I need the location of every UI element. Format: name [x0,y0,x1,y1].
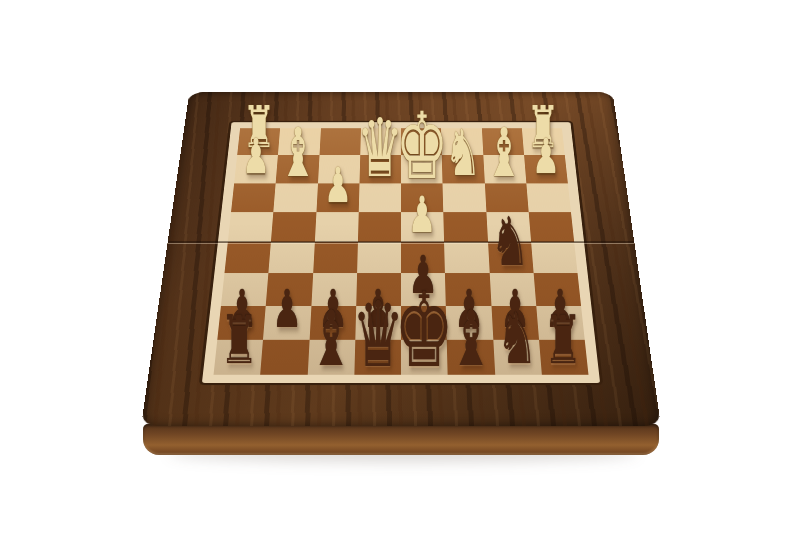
board-square [539,340,589,375]
board-square [446,306,493,340]
board-square [274,183,318,212]
board-grid [214,128,589,374]
board-square [489,273,536,305]
board-square [313,242,358,273]
board-square [214,340,264,375]
board-square [526,183,571,212]
board-square [493,340,542,375]
board-square [441,128,483,155]
board-square [271,212,316,242]
board-square [224,242,271,273]
board-square [217,306,266,340]
board-square [444,242,489,273]
board-square [359,183,401,212]
board-square [357,242,401,273]
board-square [401,155,443,183]
board-square [358,212,401,242]
board-top-face [141,92,661,426]
playing-area [202,122,600,383]
board-square [486,212,531,242]
board-square [228,212,274,242]
board-square [401,128,442,155]
board-square [533,273,581,305]
board-square [266,273,313,305]
board-square [401,273,446,305]
fold-hinge-line [168,242,635,243]
board-square [401,242,445,273]
board-square [447,340,495,375]
board-square [278,128,320,155]
board-square [445,273,491,305]
wooden-frame [141,92,661,426]
board-square [307,340,355,375]
chess-set-photo: ♜♜♟♝♛♚♞♝♟♟♟♞♟♟♟♟♟♟♟♟♜♝♛♚♝♞♜ [0,0,800,533]
board-square [309,306,356,340]
board-square [481,128,523,155]
board-square [531,242,578,273]
board-square [316,183,359,212]
board-square [319,128,361,155]
board-square [401,340,448,375]
board-square [221,273,269,305]
board-square [484,183,528,212]
board-square [276,155,319,183]
board-square [314,212,358,242]
board-square [360,128,401,155]
board-square [359,155,401,183]
board-square [536,306,585,340]
board-square [311,273,357,305]
board-square [237,128,280,155]
board-square [442,155,484,183]
board-square [491,306,539,340]
board-square [269,242,315,273]
board-square [354,340,401,375]
board-square [318,155,360,183]
board-square [260,340,309,375]
board-square [483,155,526,183]
board-square [401,306,447,340]
board-square [522,128,565,155]
board-square [356,273,401,305]
board-square [263,306,311,340]
board-square [443,183,486,212]
board-side-face [143,424,659,455]
board-square [528,212,574,242]
board-square [234,155,278,183]
board-square [401,183,443,212]
board-square [488,242,534,273]
board-square [401,212,444,242]
board-square [524,155,568,183]
board-square [355,306,401,340]
board-square [231,183,276,212]
board-square [443,212,487,242]
